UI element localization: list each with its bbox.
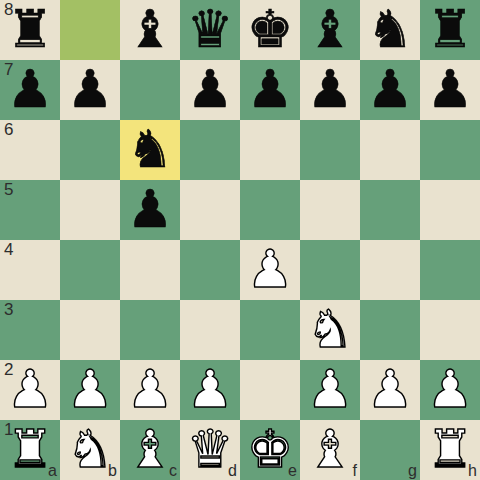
black-pawn-b7[interactable]: ♟ (67, 59, 114, 119)
square-b6[interactable] (60, 120, 120, 180)
square-f6[interactable] (300, 120, 360, 180)
square-c8[interactable]: ♝ (120, 0, 180, 60)
square-b5[interactable] (60, 180, 120, 240)
white-pawn-b2[interactable]: ♟ (67, 359, 114, 419)
white-knight-b1[interactable]: ♞ (67, 419, 114, 479)
file-label-g: g (408, 462, 417, 480)
white-knight-f3[interactable]: ♞ (307, 299, 354, 359)
square-h1[interactable]: h♜ (420, 420, 480, 480)
square-c2[interactable]: ♟ (120, 360, 180, 420)
square-c5[interactable]: ♟ (120, 180, 180, 240)
square-g5[interactable] (360, 180, 420, 240)
square-f1[interactable]: f♝ (300, 420, 360, 480)
file-label-c: c (169, 462, 177, 480)
square-a1[interactable]: 1a♜ (0, 420, 60, 480)
black-pawn-d7[interactable]: ♟ (187, 59, 234, 119)
square-e1[interactable]: e♚ (240, 420, 300, 480)
square-e4[interactable]: ♟ (240, 240, 300, 300)
square-a5[interactable]: 5 (0, 180, 60, 240)
square-h3[interactable] (420, 300, 480, 360)
square-g8[interactable]: ♞ (360, 0, 420, 60)
file-label-e: e (288, 462, 297, 480)
square-a6[interactable]: 6 (0, 120, 60, 180)
black-rook-h8[interactable]: ♜ (427, 0, 474, 59)
square-e6[interactable] (240, 120, 300, 180)
white-queen-d1[interactable]: ♛ (187, 419, 234, 479)
white-pawn-h2[interactable]: ♟ (427, 359, 474, 419)
square-e2[interactable] (240, 360, 300, 420)
square-g6[interactable] (360, 120, 420, 180)
square-d2[interactable]: ♟ (180, 360, 240, 420)
square-a3[interactable]: 3 (0, 300, 60, 360)
square-d6[interactable] (180, 120, 240, 180)
white-pawn-c2[interactable]: ♟ (127, 359, 174, 419)
square-f4[interactable] (300, 240, 360, 300)
square-d8[interactable]: ♛ (180, 0, 240, 60)
file-label-f: f (353, 462, 357, 480)
square-c4[interactable] (120, 240, 180, 300)
square-g4[interactable] (360, 240, 420, 300)
square-h6[interactable] (420, 120, 480, 180)
white-bishop-c1[interactable]: ♝ (127, 419, 174, 479)
square-g1[interactable]: g (360, 420, 420, 480)
rank-label-3: 3 (4, 301, 13, 320)
rank-label-1: 1 (4, 421, 13, 440)
black-knight-g8[interactable]: ♞ (367, 0, 414, 59)
black-knight-c6[interactable]: ♞ (127, 119, 174, 179)
square-g2[interactable]: ♟ (360, 360, 420, 420)
rank-label-7: 7 (4, 61, 13, 80)
square-a4[interactable]: 4 (0, 240, 60, 300)
square-b2[interactable]: ♟ (60, 360, 120, 420)
white-king-e1[interactable]: ♚ (247, 419, 294, 479)
square-b4[interactable] (60, 240, 120, 300)
rank-label-5: 5 (4, 181, 13, 200)
square-d1[interactable]: d♛ (180, 420, 240, 480)
black-pawn-c5[interactable]: ♟ (127, 179, 174, 239)
black-pawn-g7[interactable]: ♟ (367, 59, 414, 119)
white-pawn-a2[interactable]: ♟ (7, 359, 54, 419)
square-g7[interactable]: ♟ (360, 60, 420, 120)
black-rook-a8[interactable]: ♜ (7, 0, 54, 59)
square-f7[interactable]: ♟ (300, 60, 360, 120)
square-h5[interactable] (420, 180, 480, 240)
black-pawn-h7[interactable]: ♟ (427, 59, 474, 119)
square-c3[interactable] (120, 300, 180, 360)
rank-label-6: 6 (4, 121, 13, 140)
square-f8[interactable]: ♝ (300, 0, 360, 60)
white-pawn-g2[interactable]: ♟ (367, 359, 414, 419)
square-h4[interactable] (420, 240, 480, 300)
square-f5[interactable] (300, 180, 360, 240)
rank-label-2: 2 (4, 361, 13, 380)
square-d7[interactable]: ♟ (180, 60, 240, 120)
white-rook-a1[interactable]: ♜ (7, 419, 54, 479)
file-label-h: h (468, 462, 477, 480)
square-f3[interactable]: ♞ (300, 300, 360, 360)
file-label-b: b (108, 462, 117, 480)
square-a7[interactable]: 7♟ (0, 60, 60, 120)
square-e7[interactable]: ♟ (240, 60, 300, 120)
black-bishop-f8[interactable]: ♝ (307, 0, 354, 59)
square-d5[interactable] (180, 180, 240, 240)
square-c6[interactable]: ♞ (120, 120, 180, 180)
black-king-e8[interactable]: ♚ (247, 0, 294, 59)
white-pawn-e4[interactable]: ♟ (247, 239, 294, 299)
square-b8[interactable] (60, 0, 120, 60)
white-pawn-f2[interactable]: ♟ (307, 359, 354, 419)
square-a8[interactable]: 8♜ (0, 0, 60, 60)
square-e5[interactable] (240, 180, 300, 240)
square-b1[interactable]: b♞ (60, 420, 120, 480)
white-pawn-d2[interactable]: ♟ (187, 359, 234, 419)
black-pawn-f7[interactable]: ♟ (307, 59, 354, 119)
square-c7[interactable] (120, 60, 180, 120)
square-d4[interactable] (180, 240, 240, 300)
black-bishop-c8[interactable]: ♝ (127, 0, 174, 59)
file-label-a: a (48, 462, 57, 480)
white-bishop-f1[interactable]: ♝ (307, 419, 354, 479)
square-e3[interactable] (240, 300, 300, 360)
square-h8[interactable]: ♜ (420, 0, 480, 60)
square-h7[interactable]: ♟ (420, 60, 480, 120)
square-c1[interactable]: c♝ (120, 420, 180, 480)
square-b3[interactable] (60, 300, 120, 360)
black-pawn-e7[interactable]: ♟ (247, 59, 294, 119)
square-e8[interactable]: ♚ (240, 0, 300, 60)
square-f2[interactable]: ♟ (300, 360, 360, 420)
chess-board: 8♜♝♛♚♝♞♜7♟♟♟♟♟♟♟6♞5♟4♟3♞2♟♟♟♟♟♟♟1a♜b♞c♝d… (0, 0, 480, 480)
square-d3[interactable] (180, 300, 240, 360)
black-pawn-a7[interactable]: ♟ (7, 59, 54, 119)
white-rook-h1[interactable]: ♜ (427, 419, 474, 479)
rank-label-4: 4 (4, 241, 13, 260)
file-label-d: d (228, 462, 237, 480)
square-b7[interactable]: ♟ (60, 60, 120, 120)
rank-label-8: 8 (4, 1, 13, 20)
black-queen-d8[interactable]: ♛ (187, 0, 234, 59)
square-a2[interactable]: 2♟ (0, 360, 60, 420)
square-h2[interactable]: ♟ (420, 360, 480, 420)
square-g3[interactable] (360, 300, 420, 360)
